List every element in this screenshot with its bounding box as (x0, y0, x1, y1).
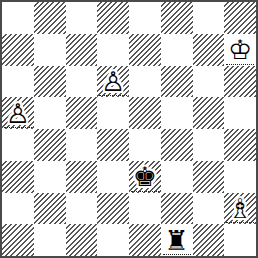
square-d2[interactable] (97, 193, 129, 225)
square-b7[interactable] (34, 34, 66, 66)
square-g3[interactable] (193, 161, 225, 193)
square-e1[interactable] (129, 224, 161, 256)
square-d5[interactable] (97, 97, 129, 129)
square-h2[interactable]: ♗ (224, 193, 256, 225)
square-f8[interactable] (161, 2, 193, 34)
square-b1[interactable] (34, 224, 66, 256)
square-e3[interactable]: ♚ (129, 161, 161, 193)
square-g7[interactable] (193, 34, 225, 66)
square-b4[interactable] (34, 129, 66, 161)
square-h3[interactable] (224, 161, 256, 193)
square-a3[interactable] (2, 161, 34, 193)
square-d6[interactable]: ♙ (97, 66, 129, 98)
square-c5[interactable] (66, 97, 98, 129)
square-e2[interactable] (129, 193, 161, 225)
square-f6[interactable] (161, 66, 193, 98)
square-a6[interactable] (2, 66, 34, 98)
square-g6[interactable] (193, 66, 225, 98)
square-a7[interactable] (2, 34, 34, 66)
square-c6[interactable] (66, 66, 98, 98)
square-b8[interactable] (34, 2, 66, 34)
square-a5[interactable]: ♙ (2, 97, 34, 129)
square-f3[interactable] (161, 161, 193, 193)
square-a2[interactable] (2, 193, 34, 225)
square-b2[interactable] (34, 193, 66, 225)
square-c1[interactable] (66, 224, 98, 256)
square-e6[interactable] (129, 66, 161, 98)
square-g1[interactable] (193, 224, 225, 256)
square-e7[interactable] (129, 34, 161, 66)
square-h7[interactable]: ♔ (224, 34, 256, 66)
square-f1[interactable]: ♜ (161, 224, 193, 256)
square-a4[interactable] (2, 129, 34, 161)
square-h8[interactable] (224, 2, 256, 34)
black-rook: ♜ (165, 227, 189, 254)
black-king: ♚ (133, 163, 157, 190)
square-c4[interactable] (66, 129, 98, 161)
square-d8[interactable] (97, 2, 129, 34)
square-g2[interactable] (193, 193, 225, 225)
square-b6[interactable] (34, 66, 66, 98)
square-h5[interactable] (224, 97, 256, 129)
square-f5[interactable] (161, 97, 193, 129)
square-b5[interactable] (34, 97, 66, 129)
square-e8[interactable] (129, 2, 161, 34)
square-h1[interactable] (224, 224, 256, 256)
square-d3[interactable] (97, 161, 129, 193)
square-d7[interactable] (97, 34, 129, 66)
square-h6[interactable] (224, 66, 256, 98)
square-d1[interactable] (97, 224, 129, 256)
square-c8[interactable] (66, 2, 98, 34)
square-b3[interactable] (34, 161, 66, 193)
square-f2[interactable] (161, 193, 193, 225)
white-pawn: ♙ (6, 100, 30, 127)
square-d4[interactable] (97, 129, 129, 161)
square-e4[interactable] (129, 129, 161, 161)
chess-board: ♔♙♙♚♗♜ (0, 0, 258, 258)
square-e5[interactable] (129, 97, 161, 129)
square-a1[interactable] (2, 224, 34, 256)
square-g4[interactable] (193, 129, 225, 161)
square-h4[interactable] (224, 129, 256, 161)
square-f7[interactable] (161, 34, 193, 66)
white-pawn: ♙ (101, 68, 125, 95)
chess-diagram: ♔♙♙♚♗♜ (0, 0, 258, 258)
square-f4[interactable] (161, 129, 193, 161)
square-a8[interactable] (2, 2, 34, 34)
square-c2[interactable] (66, 193, 98, 225)
square-c7[interactable] (66, 34, 98, 66)
white-king: ♔ (228, 36, 252, 63)
white-bishop: ♗ (228, 195, 252, 222)
square-c3[interactable] (66, 161, 98, 193)
square-g8[interactable] (193, 2, 225, 34)
square-g5[interactable] (193, 97, 225, 129)
